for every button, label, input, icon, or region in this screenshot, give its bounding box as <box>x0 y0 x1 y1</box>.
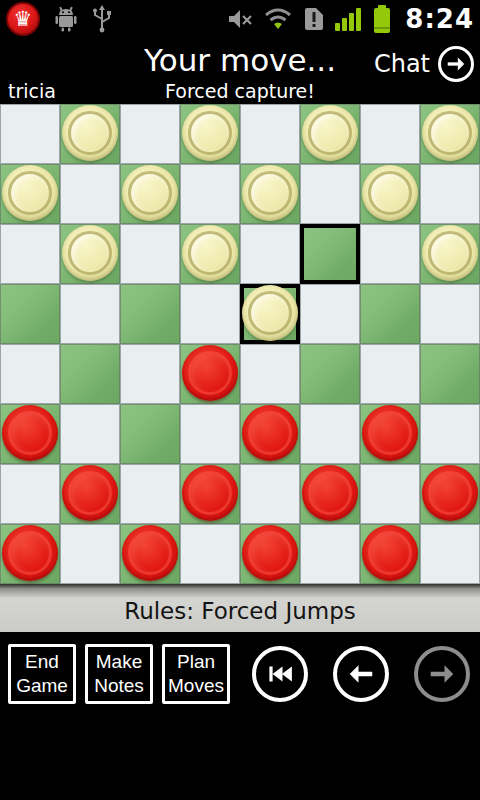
forced-capture-message: Forced capture! <box>0 80 480 102</box>
board-square-r3c2[interactable] <box>60 224 120 284</box>
board-square-r8c2 <box>60 524 120 584</box>
red-checker-piece[interactable] <box>422 465 478 521</box>
board-square-r2c7[interactable] <box>360 164 420 224</box>
board-square-r1c3 <box>120 104 180 164</box>
forward-arrow-icon <box>427 659 457 689</box>
yellow-checker-piece[interactable] <box>2 165 58 221</box>
yellow-checker-piece[interactable] <box>362 165 418 221</box>
red-checker-piece[interactable] <box>2 525 58 581</box>
make-notes-line1: Make <box>96 650 142 674</box>
status-bar: ♛ <box>0 0 480 38</box>
game-header: Your move... Chat <box>0 38 480 80</box>
board-square-r8c7[interactable] <box>360 524 420 584</box>
board-square-r4c6 <box>300 284 360 344</box>
checkers-notification-icon: ♛ <box>6 2 40 36</box>
board-square-r3c8[interactable] <box>420 224 480 284</box>
board-square-r5c8[interactable] <box>420 344 480 404</box>
android-robot-icon <box>54 6 78 32</box>
board-square-r1c4[interactable] <box>180 104 240 164</box>
board-square-r4c1[interactable] <box>0 284 60 344</box>
yellow-checker-piece[interactable] <box>302 105 358 161</box>
board-square-r2c2 <box>60 164 120 224</box>
red-checker-piece[interactable] <box>242 405 298 461</box>
crown-icon: ♛ <box>14 9 33 30</box>
board-square-r1c5 <box>240 104 300 164</box>
board-square-r5c3 <box>120 344 180 404</box>
board-square-r7c8[interactable] <box>420 464 480 524</box>
battery-icon <box>373 5 391 33</box>
board-square-r1c1 <box>0 104 60 164</box>
chat-arrow-icon <box>438 46 474 82</box>
red-checker-piece[interactable] <box>2 405 58 461</box>
back-arrow-icon <box>346 659 376 689</box>
red-checker-piece[interactable] <box>362 405 418 461</box>
red-checker-piece[interactable] <box>242 525 298 581</box>
bottom-filler <box>0 716 480 800</box>
yellow-checker-piece[interactable] <box>422 225 478 281</box>
board-square-r7c1 <box>0 464 60 524</box>
board-square-r3c1 <box>0 224 60 284</box>
board-square-r4c2 <box>60 284 120 344</box>
make-notes-button[interactable]: Make Notes <box>85 644 153 704</box>
red-checker-piece[interactable] <box>182 345 238 401</box>
board-square-r8c4 <box>180 524 240 584</box>
yellow-checker-piece[interactable] <box>242 165 298 221</box>
board-square-r7c6[interactable] <box>300 464 360 524</box>
yellow-checker-piece[interactable] <box>422 105 478 161</box>
rules-text: Rules: Forced Jumps <box>124 592 356 624</box>
chat-button[interactable]: Chat <box>374 46 474 82</box>
board-square-r8c6 <box>300 524 360 584</box>
board-square-r6c7[interactable] <box>360 404 420 464</box>
previous-move-button[interactable] <box>333 646 389 702</box>
red-checker-piece[interactable] <box>182 465 238 521</box>
board-square-r5c4[interactable] <box>180 344 240 404</box>
make-notes-line2: Notes <box>94 674 144 698</box>
board-square-r7c7 <box>360 464 420 524</box>
rewind-icon <box>265 659 295 689</box>
board-square-r6c3[interactable] <box>120 404 180 464</box>
board-square-r4c4 <box>180 284 240 344</box>
board-square-r2c3[interactable] <box>120 164 180 224</box>
board-square-r2c8 <box>420 164 480 224</box>
board-square-r5c2[interactable] <box>60 344 120 404</box>
checkers-board <box>0 104 480 584</box>
board-square-r8c8 <box>420 524 480 584</box>
board-square-r5c6[interactable] <box>300 344 360 404</box>
end-game-line2: Game <box>16 674 68 698</box>
board-square-r3c6[interactable] <box>300 224 360 284</box>
plan-moves-line1: Plan <box>177 650 215 674</box>
next-move-button[interactable] <box>414 646 470 702</box>
signal-strength-icon <box>335 6 363 32</box>
sim-warning-icon <box>303 6 325 32</box>
board-square-r3c5 <box>240 224 300 284</box>
wifi-icon <box>263 7 293 31</box>
action-buttons: End Game Make Notes Plan Moves <box>8 644 230 704</box>
board-square-r5c7 <box>360 344 420 404</box>
board-square-r3c3 <box>120 224 180 284</box>
board-square-r2c6 <box>300 164 360 224</box>
board-square-r7c4[interactable] <box>180 464 240 524</box>
board-square-r2c5[interactable] <box>240 164 300 224</box>
board-square-r6c6 <box>300 404 360 464</box>
board-square-r8c3[interactable] <box>120 524 180 584</box>
board-square-r4c5[interactable] <box>240 284 300 344</box>
board-square-r8c1[interactable] <box>0 524 60 584</box>
board-square-r4c8 <box>420 284 480 344</box>
board-square-r6c2 <box>60 404 120 464</box>
board-square-r1c8[interactable] <box>420 104 480 164</box>
clock: 8:24 <box>405 4 474 34</box>
board-square-r5c5 <box>240 344 300 404</box>
yellow-checker-piece[interactable] <box>122 165 178 221</box>
volume-muted-icon <box>227 7 253 31</box>
board-square-r5c1 <box>0 344 60 404</box>
board-square-r7c3 <box>120 464 180 524</box>
rules-bar: Rules: Forced Jumps <box>0 584 480 632</box>
usb-icon <box>92 5 112 33</box>
board-square-r1c7 <box>360 104 420 164</box>
board-square-r6c1[interactable] <box>0 404 60 464</box>
red-checker-piece[interactable] <box>362 525 418 581</box>
end-game-line1: End <box>25 650 59 674</box>
app-screen: ♛ <box>0 0 480 800</box>
red-checker-piece[interactable] <box>302 465 358 521</box>
board-square-r6c4 <box>180 404 240 464</box>
red-checker-piece[interactable] <box>62 465 118 521</box>
chat-label: Chat <box>374 50 430 78</box>
board-square-r4c3[interactable] <box>120 284 180 344</box>
board-square-r8c5[interactable] <box>240 524 300 584</box>
plan-moves-button[interactable]: Plan Moves <box>162 644 230 704</box>
yellow-checker-piece[interactable] <box>242 285 298 341</box>
yellow-checker-piece[interactable] <box>182 105 238 161</box>
board-square-r7c2[interactable] <box>60 464 120 524</box>
end-game-button[interactable]: End Game <box>8 644 76 704</box>
plan-moves-line2: Moves <box>168 674 224 698</box>
rewind-to-start-button[interactable] <box>252 646 308 702</box>
red-checker-piece[interactable] <box>122 525 178 581</box>
board-square-r6c8 <box>420 404 480 464</box>
board-square-r1c6[interactable] <box>300 104 360 164</box>
board-square-r3c4[interactable] <box>180 224 240 284</box>
board-square-r1c2[interactable] <box>60 104 120 164</box>
bottom-controls: End Game Make Notes Plan Moves <box>0 632 480 716</box>
board-square-r6c5[interactable] <box>240 404 300 464</box>
board-square-r7c5 <box>240 464 300 524</box>
board-square-r4c7[interactable] <box>360 284 420 344</box>
game-subheader: tricia Forced capture! <box>0 80 480 104</box>
yellow-checker-piece[interactable] <box>62 105 118 161</box>
board-square-r2c1[interactable] <box>0 164 60 224</box>
yellow-checker-piece[interactable] <box>62 225 118 281</box>
move-navigation <box>252 646 470 702</box>
board-square-r3c7 <box>360 224 420 284</box>
yellow-checker-piece[interactable] <box>182 225 238 281</box>
board-square-r2c4 <box>180 164 240 224</box>
